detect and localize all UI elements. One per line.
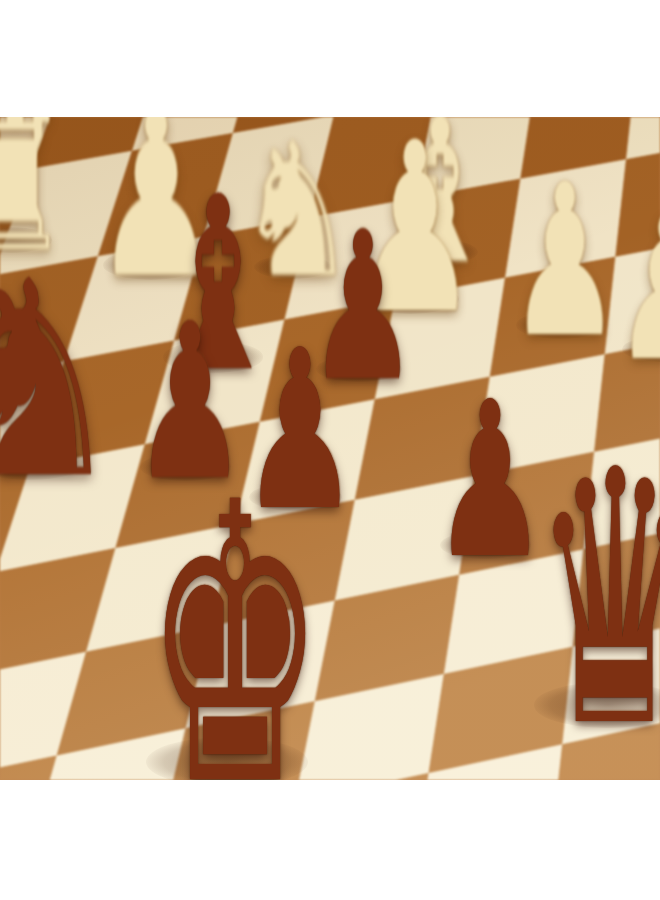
chess-piece-brown-pawn[interactable]: ♟ xyxy=(432,373,548,588)
chess-piece-white-pawn[interactable]: ♟ xyxy=(614,189,660,389)
white-band-bottom xyxy=(0,780,660,900)
chess-piece-brown-king[interactable]: ♚ xyxy=(145,454,324,780)
white-band-top xyxy=(0,0,660,117)
chess-piece-brown-queen[interactable]: ♛ xyxy=(533,425,660,775)
chess-piece-brown-knight[interactable]: ♞ xyxy=(0,246,122,516)
product-photo-canvas: ♜♟♞♝♟♟♟♝♟♞♟♟♟♚♛ xyxy=(0,0,660,900)
chessboard-photo: ♜♟♞♝♟♟♟♝♟♞♟♟♟♚♛ xyxy=(0,117,660,780)
chess-piece-white-pawn[interactable]: ♟ xyxy=(509,157,622,367)
chess-pieces-layer: ♜♟♞♝♟♟♟♝♟♞♟♟♟♚♛ xyxy=(0,117,660,780)
